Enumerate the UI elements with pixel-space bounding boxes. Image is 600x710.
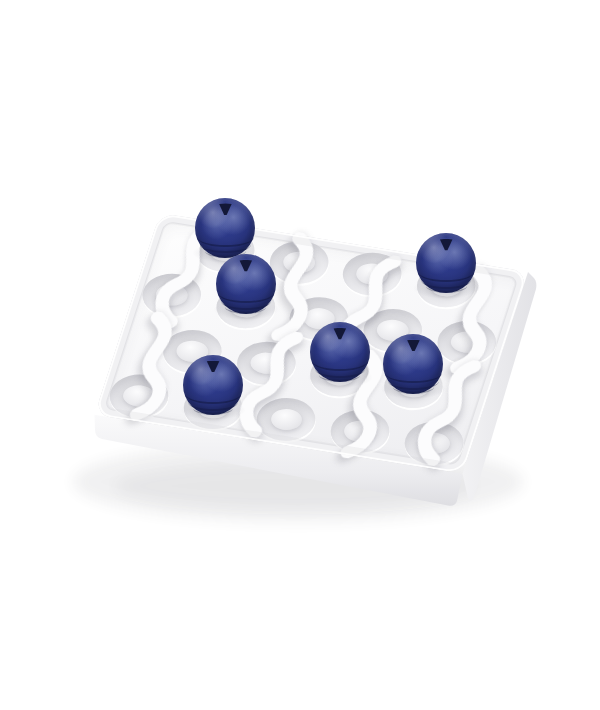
pieces-layer xyxy=(0,0,600,710)
ball-cover[interactable] xyxy=(216,254,276,314)
scent-notch-hole xyxy=(205,361,221,373)
ball-base-ring xyxy=(426,279,467,293)
scent-notch-hole xyxy=(332,328,348,340)
ball-base-ring xyxy=(319,368,360,382)
ball-cover[interactable] xyxy=(416,233,476,293)
ball-cover[interactable] xyxy=(383,334,443,394)
ball-base-ring xyxy=(225,300,266,314)
scent-notch-hole xyxy=(406,340,422,352)
ball-base-ring xyxy=(393,380,434,394)
scent-notch-hole xyxy=(438,239,454,251)
ball-cover[interactable] xyxy=(195,198,255,258)
scent-notch-hole xyxy=(238,260,254,272)
scent-notch-hole xyxy=(218,203,234,215)
ball-base-ring xyxy=(193,401,234,415)
ball-cover[interactable] xyxy=(310,322,370,382)
product-photo-scene xyxy=(0,0,600,710)
ball-cover[interactable] xyxy=(183,355,243,415)
